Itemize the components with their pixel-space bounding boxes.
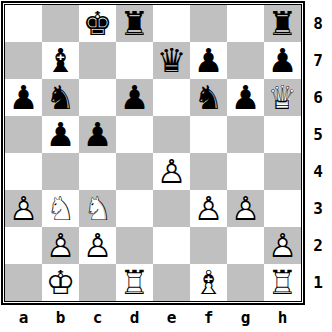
rank-label-2: 2 — [304, 227, 332, 264]
square-h6[interactable]: ♛♕ — [264, 79, 301, 116]
square-c8[interactable]: ♚ — [79, 5, 116, 42]
black-pawn: ♟ — [42, 116, 79, 153]
square-a6[interactable]: ♟ — [5, 79, 42, 116]
square-f8[interactable] — [190, 5, 227, 42]
square-e2[interactable] — [153, 227, 190, 264]
white-pawn: ♙ — [264, 227, 301, 264]
white-queen: ♕ — [264, 79, 301, 116]
black-knight: ♞ — [42, 79, 79, 116]
rank-label-6: 6 — [304, 79, 332, 116]
white-pawn: ♙ — [190, 190, 227, 227]
square-f6[interactable]: ♞ — [190, 79, 227, 116]
black-rook: ♜ — [116, 5, 153, 42]
black-bishop: ♝ — [42, 42, 79, 79]
square-h5[interactable] — [264, 116, 301, 153]
square-g3[interactable]: ♟♙ — [227, 190, 264, 227]
square-f5[interactable] — [190, 116, 227, 153]
square-d8[interactable]: ♜ — [116, 5, 153, 42]
white-bishop: ♗ — [190, 264, 227, 301]
square-d1[interactable]: ♜♖ — [116, 264, 153, 301]
square-f7[interactable]: ♟ — [190, 42, 227, 79]
square-c4[interactable] — [79, 153, 116, 190]
file-label-b: b — [42, 304, 79, 332]
white-pawn: ♙ — [153, 153, 190, 190]
file-label-h: h — [264, 304, 301, 332]
square-h1[interactable]: ♜♖ — [264, 264, 301, 301]
square-b6[interactable]: ♞ — [42, 79, 79, 116]
file-labels: abcdefgh — [5, 304, 301, 332]
square-a1[interactable] — [5, 264, 42, 301]
square-e7[interactable]: ♛ — [153, 42, 190, 79]
black-pawn: ♟ — [264, 42, 301, 79]
rank-label-5: 5 — [304, 116, 332, 153]
square-d7[interactable] — [116, 42, 153, 79]
square-c2[interactable]: ♟♙ — [79, 227, 116, 264]
square-d2[interactable] — [116, 227, 153, 264]
square-b4[interactable] — [42, 153, 79, 190]
square-a8[interactable] — [5, 5, 42, 42]
rank-label-8: 8 — [304, 5, 332, 42]
square-h8[interactable]: ♜ — [264, 5, 301, 42]
black-pawn: ♟ — [116, 79, 153, 116]
board-grid: ♚♜♜♝♛♟♟♟♞♟♞♟♛♕♟♟♟♙♟♙♞♘♞♘♟♙♟♙♟♙♟♙♟♙♚♔♜♖♝♗… — [5, 5, 301, 301]
black-pawn: ♟ — [79, 116, 116, 153]
white-king: ♔ — [42, 264, 79, 301]
square-g8[interactable] — [227, 5, 264, 42]
square-c6[interactable] — [79, 79, 116, 116]
square-d5[interactable] — [116, 116, 153, 153]
white-rook: ♖ — [264, 264, 301, 301]
square-g1[interactable] — [227, 264, 264, 301]
rank-label-1: 1 — [304, 264, 332, 301]
square-b3[interactable]: ♞♘ — [42, 190, 79, 227]
square-h2[interactable]: ♟♙ — [264, 227, 301, 264]
square-h3[interactable] — [264, 190, 301, 227]
file-label-a: a — [5, 304, 42, 332]
white-pawn: ♙ — [42, 227, 79, 264]
square-e8[interactable] — [153, 5, 190, 42]
file-label-c: c — [79, 304, 116, 332]
square-f2[interactable] — [190, 227, 227, 264]
white-pawn: ♙ — [227, 190, 264, 227]
black-queen: ♛ — [153, 42, 190, 79]
square-a5[interactable] — [5, 116, 42, 153]
file-label-e: e — [153, 304, 190, 332]
rank-label-7: 7 — [304, 42, 332, 79]
rank-label-4: 4 — [304, 153, 332, 190]
white-rook: ♖ — [116, 264, 153, 301]
square-d4[interactable] — [116, 153, 153, 190]
square-e6[interactable] — [153, 79, 190, 116]
square-c7[interactable] — [79, 42, 116, 79]
square-g6[interactable]: ♟ — [227, 79, 264, 116]
square-b5[interactable]: ♟ — [42, 116, 79, 153]
file-label-d: d — [116, 304, 153, 332]
rank-label-3: 3 — [304, 190, 332, 227]
black-king: ♚ — [79, 5, 116, 42]
square-b1[interactable]: ♚♔ — [42, 264, 79, 301]
square-b2[interactable]: ♟♙ — [42, 227, 79, 264]
square-a4[interactable] — [5, 153, 42, 190]
square-e4[interactable]: ♟♙ — [153, 153, 190, 190]
square-a2[interactable] — [5, 227, 42, 264]
white-knight: ♘ — [42, 190, 79, 227]
square-g4[interactable] — [227, 153, 264, 190]
square-g2[interactable] — [227, 227, 264, 264]
square-e1[interactable] — [153, 264, 190, 301]
square-b8[interactable] — [42, 5, 79, 42]
white-pawn: ♙ — [5, 190, 42, 227]
square-c5[interactable]: ♟ — [79, 116, 116, 153]
square-d3[interactable] — [116, 190, 153, 227]
chess-diagram: ♚♜♜♝♛♟♟♟♞♟♞♟♛♕♟♟♟♙♟♙♞♘♞♘♟♙♟♙♟♙♟♙♟♙♚♔♜♖♝♗… — [0, 0, 332, 332]
board-inner-border: ♚♜♜♝♛♟♟♟♞♟♞♟♛♕♟♟♟♙♟♙♞♘♞♘♟♙♟♙♟♙♟♙♟♙♚♔♜♖♝♗… — [4, 4, 302, 302]
file-label-g: g — [227, 304, 264, 332]
black-rook: ♜ — [264, 5, 301, 42]
square-h7[interactable]: ♟ — [264, 42, 301, 79]
square-h4[interactable] — [264, 153, 301, 190]
square-c1[interactable] — [79, 264, 116, 301]
square-f4[interactable] — [190, 153, 227, 190]
black-pawn: ♟ — [5, 79, 42, 116]
square-d6[interactable]: ♟ — [116, 79, 153, 116]
square-g7[interactable] — [227, 42, 264, 79]
white-knight: ♘ — [79, 190, 116, 227]
square-a7[interactable] — [5, 42, 42, 79]
square-f3[interactable]: ♟♙ — [190, 190, 227, 227]
square-c3[interactable]: ♞♘ — [79, 190, 116, 227]
chess-board: ♚♜♜♝♛♟♟♟♞♟♞♟♛♕♟♟♟♙♟♙♞♘♞♘♟♙♟♙♟♙♟♙♟♙♚♔♜♖♝♗… — [1, 1, 305, 305]
black-pawn: ♟ — [227, 79, 264, 116]
square-f1[interactable]: ♝♗ — [190, 264, 227, 301]
black-pawn: ♟ — [190, 42, 227, 79]
square-e5[interactable] — [153, 116, 190, 153]
square-e3[interactable] — [153, 190, 190, 227]
rank-labels: 87654321 — [304, 5, 332, 301]
square-a3[interactable]: ♟♙ — [5, 190, 42, 227]
black-knight: ♞ — [190, 79, 227, 116]
file-label-f: f — [190, 304, 227, 332]
square-b7[interactable]: ♝ — [42, 42, 79, 79]
square-g5[interactable] — [227, 116, 264, 153]
white-pawn: ♙ — [79, 227, 116, 264]
